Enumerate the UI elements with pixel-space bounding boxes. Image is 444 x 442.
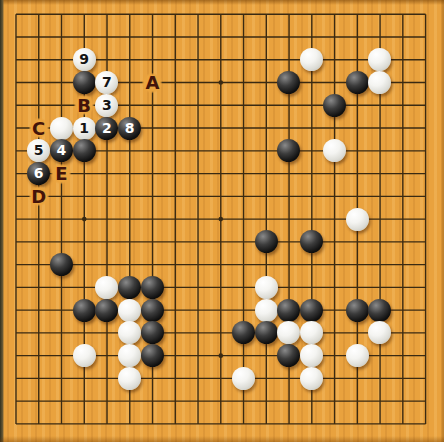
stone-black[interactable]: 2: [95, 117, 118, 140]
move-number: 1: [79, 121, 89, 135]
stone-black[interactable]: [141, 321, 164, 344]
stone-white[interactable]: [368, 321, 391, 344]
stone-white[interactable]: [73, 344, 96, 367]
stone-black[interactable]: [300, 299, 323, 322]
stone-black[interactable]: [300, 230, 323, 253]
stone-black[interactable]: [277, 139, 300, 162]
stone-black[interactable]: [118, 276, 141, 299]
stone-black[interactable]: [73, 139, 96, 162]
move-number: 4: [57, 143, 67, 157]
stone-black[interactable]: [73, 299, 96, 322]
move-number: 6: [34, 166, 44, 180]
stone-black[interactable]: [346, 71, 369, 94]
stone-white[interactable]: [95, 276, 118, 299]
stone-black[interactable]: [50, 253, 73, 276]
stone-white[interactable]: [118, 344, 141, 367]
move-number: 9: [79, 52, 89, 66]
stone-black[interactable]: [323, 94, 346, 117]
move-number: 3: [102, 98, 112, 112]
stone-white[interactable]: 1: [73, 117, 96, 140]
stone-black[interactable]: 8: [118, 117, 141, 140]
move-number: 7: [102, 75, 112, 89]
stone-black[interactable]: [368, 299, 391, 322]
stone-white[interactable]: [118, 321, 141, 344]
variation-label-A: A: [141, 72, 163, 94]
variation-label-C: C: [28, 117, 50, 139]
stone-black[interactable]: [277, 344, 300, 367]
stone-white[interactable]: [368, 71, 391, 94]
stone-white[interactable]: [300, 48, 323, 71]
stone-white[interactable]: [346, 208, 369, 231]
stone-white[interactable]: [368, 48, 391, 71]
stone-white[interactable]: 3: [95, 94, 118, 117]
stone-black[interactable]: [141, 344, 164, 367]
stone-white[interactable]: [232, 367, 255, 390]
stone-black[interactable]: [255, 230, 278, 253]
stone-white[interactable]: 9: [73, 48, 96, 71]
stone-black[interactable]: 4: [50, 139, 73, 162]
stone-black[interactable]: [141, 299, 164, 322]
go-board-screenshot: 973128546ABCDE: [0, 0, 444, 442]
stone-white[interactable]: [255, 276, 278, 299]
variation-label-D: D: [28, 185, 50, 207]
stone-white[interactable]: [277, 321, 300, 344]
move-number: 2: [102, 121, 112, 135]
stone-white[interactable]: [300, 344, 323, 367]
variation-label-B: B: [73, 94, 95, 116]
stone-black[interactable]: [255, 321, 278, 344]
stone-black[interactable]: [277, 71, 300, 94]
stone-white[interactable]: [300, 321, 323, 344]
move-number: 5: [34, 143, 44, 157]
stone-black[interactable]: [95, 299, 118, 322]
stone-white[interactable]: [118, 299, 141, 322]
stone-black[interactable]: [277, 299, 300, 322]
stone-black[interactable]: [346, 299, 369, 322]
stone-black[interactable]: [73, 71, 96, 94]
stone-white[interactable]: [323, 139, 346, 162]
variation-label-E: E: [50, 163, 72, 185]
stone-black[interactable]: [141, 276, 164, 299]
stone-white[interactable]: [50, 117, 73, 140]
stone-black[interactable]: 6: [27, 162, 50, 185]
stone-white[interactable]: [300, 367, 323, 390]
stone-white[interactable]: [118, 367, 141, 390]
go-board[interactable]: 973128546ABCDE: [0, 0, 444, 442]
stone-white[interactable]: [346, 344, 369, 367]
stone-white[interactable]: 7: [95, 71, 118, 94]
stone-white[interactable]: 5: [27, 139, 50, 162]
move-number: 8: [125, 121, 135, 135]
stone-white[interactable]: [255, 299, 278, 322]
stones-layer: 973128546ABCDE: [5, 3, 437, 435]
stone-black[interactable]: [232, 321, 255, 344]
